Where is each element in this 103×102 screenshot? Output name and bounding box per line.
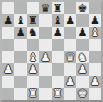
square-d2[interactable] [39, 76, 51, 88]
square-b6[interactable]: ♟ [14, 27, 26, 39]
white-rook-piece[interactable]: ♜ [28, 88, 38, 99]
white-king-piece[interactable]: ♚ [78, 88, 88, 99]
square-g1[interactable]: ♚ [76, 88, 88, 100]
black-pawn-piece[interactable]: ♟ [65, 14, 75, 25]
square-c6[interactable]: ♞ [27, 27, 39, 39]
square-d4[interactable]: ♟ [39, 51, 51, 63]
square-a6[interactable] [2, 27, 14, 39]
square-e1[interactable]: ♜ [52, 88, 64, 100]
white-bishop-piece[interactable]: ♝ [28, 51, 38, 62]
square-h4[interactable] [89, 51, 101, 63]
square-a7[interactable]: ♟ [2, 14, 14, 26]
square-e7[interactable]: ♝ [52, 14, 64, 26]
square-g2[interactable] [76, 76, 88, 88]
square-b2[interactable] [14, 76, 26, 88]
square-f1[interactable] [64, 88, 76, 100]
square-b5[interactable] [14, 39, 26, 51]
square-b1[interactable] [14, 88, 26, 100]
black-pawn-piece[interactable]: ♟ [3, 14, 13, 25]
black-pawn-piece[interactable]: ♟ [16, 27, 26, 38]
square-e6[interactable]: ♟ [52, 27, 64, 39]
square-g8[interactable]: ♚ [76, 2, 88, 14]
black-pawn-piece[interactable]: ♟ [90, 14, 100, 25]
black-bishop-piece[interactable]: ♝ [53, 14, 63, 25]
square-c2[interactable] [27, 76, 39, 88]
square-b7[interactable]: ♝ [14, 14, 26, 26]
square-d6[interactable] [39, 27, 51, 39]
square-b8[interactable] [14, 2, 26, 14]
square-c3[interactable]: ♟ [27, 63, 39, 75]
square-c4[interactable]: ♝ [27, 51, 39, 63]
square-g7[interactable] [76, 14, 88, 26]
square-e5[interactable] [52, 39, 64, 51]
square-g4[interactable]: ♞ [76, 51, 88, 63]
black-bishop-piece[interactable]: ♝ [16, 14, 26, 25]
square-g5[interactable] [76, 39, 88, 51]
square-h2[interactable]: ♟ [89, 76, 101, 88]
square-a2[interactable] [2, 76, 14, 88]
square-a5[interactable] [2, 39, 14, 51]
square-d7[interactable] [39, 14, 51, 26]
square-a3[interactable]: ♟ [2, 63, 14, 75]
white-queen-piece[interactable]: ♛ [65, 51, 75, 62]
square-c5[interactable] [27, 39, 39, 51]
white-rook-piece[interactable]: ♜ [53, 88, 63, 99]
square-g6[interactable]: ♟ [76, 27, 88, 39]
square-d5[interactable] [39, 39, 51, 51]
square-b4[interactable] [14, 51, 26, 63]
white-pawn-piece[interactable]: ♟ [65, 76, 75, 87]
square-g3[interactable]: ♟ [76, 63, 88, 75]
square-h5[interactable] [89, 39, 101, 51]
square-f8[interactable] [64, 2, 76, 14]
square-c7[interactable]: ♜ [27, 14, 39, 26]
square-f7[interactable]: ♟ [64, 14, 76, 26]
black-knight-piece[interactable]: ♞ [28, 27, 38, 38]
white-pawn-piece[interactable]: ♟ [78, 63, 88, 74]
white-pawn-piece[interactable]: ♟ [40, 51, 50, 62]
square-b3[interactable] [14, 63, 26, 75]
black-rook-piece[interactable]: ♜ [53, 2, 63, 13]
black-rook-piece[interactable]: ♜ [28, 14, 38, 25]
white-knight-piece[interactable]: ♞ [78, 51, 88, 62]
white-pawn-piece[interactable]: ♟ [3, 63, 13, 74]
black-pawn-piece[interactable]: ♟ [78, 27, 88, 38]
square-f6[interactable] [64, 27, 76, 39]
square-a4[interactable] [2, 51, 14, 63]
square-e8[interactable]: ♜ [52, 2, 64, 14]
white-pawn-piece[interactable]: ♟ [28, 63, 38, 74]
square-d3[interactable] [39, 63, 51, 75]
square-f4[interactable]: ♛ [64, 51, 76, 63]
square-h3[interactable] [89, 63, 101, 75]
square-h8[interactable] [89, 2, 101, 14]
square-d1[interactable] [39, 88, 51, 100]
square-f5[interactable] [64, 39, 76, 51]
black-king-piece[interactable]: ♚ [78, 2, 88, 13]
white-pawn-piece[interactable]: ♟ [90, 76, 100, 87]
square-h1[interactable] [89, 88, 101, 100]
square-a8[interactable] [2, 2, 14, 14]
square-c1[interactable]: ♜ [27, 88, 39, 100]
chess-board-frame: ♛♜♚♟♝♜♝♟♟♟♞♟♟♝♝♟♛♞♟♟♟♟♟♜♜♚ [0, 0, 103, 102]
square-f2[interactable]: ♟ [64, 76, 76, 88]
square-h7[interactable]: ♟ [89, 14, 101, 26]
square-a1[interactable] [2, 88, 14, 100]
black-pawn-piece[interactable]: ♟ [53, 27, 63, 38]
square-e3[interactable] [52, 63, 64, 75]
square-d8[interactable]: ♛ [39, 2, 51, 14]
white-bishop-piece[interactable]: ♝ [90, 27, 100, 38]
square-e2[interactable] [52, 76, 64, 88]
square-h6[interactable]: ♝ [89, 27, 101, 39]
black-queen-piece[interactable]: ♛ [40, 2, 50, 13]
chess-board: ♛♜♚♟♝♜♝♟♟♟♞♟♟♝♝♟♛♞♟♟♟♟♟♜♜♚ [2, 2, 101, 100]
square-e4[interactable] [52, 51, 64, 63]
square-c8[interactable] [27, 2, 39, 14]
square-f3[interactable] [64, 63, 76, 75]
